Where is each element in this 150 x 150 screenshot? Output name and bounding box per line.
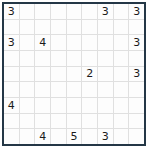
cell-r4c7[interactable] xyxy=(98,51,113,66)
cell-r6c3[interactable] xyxy=(35,82,50,97)
puzzle-page: 333343234453 xyxy=(0,0,150,150)
cell-r2c5[interactable] xyxy=(67,20,82,35)
cell-r7c3[interactable] xyxy=(35,98,50,113)
cell-r8c2[interactable] xyxy=(20,114,35,129)
clue-cell-r1c9: 3 xyxy=(129,4,144,19)
cell-r1c3[interactable] xyxy=(35,4,50,19)
cell-r3c2[interactable] xyxy=(20,35,35,50)
cell-r4c1[interactable] xyxy=(4,51,19,66)
clue-cell-r5c6: 2 xyxy=(82,67,97,82)
cell-r5c8[interactable] xyxy=(114,67,129,82)
cell-r7c8[interactable] xyxy=(114,98,129,113)
cell-r4c2[interactable] xyxy=(20,51,35,66)
cell-r1c2[interactable] xyxy=(20,4,35,19)
cell-r8c6[interactable] xyxy=(82,114,97,129)
cell-r8c3[interactable] xyxy=(35,114,50,129)
cell-r5c4[interactable] xyxy=(51,67,66,82)
cell-r6c9[interactable] xyxy=(129,82,144,97)
cell-r7c4[interactable] xyxy=(51,98,66,113)
cell-r2c1[interactable] xyxy=(4,20,19,35)
cell-r3c7[interactable] xyxy=(98,35,113,50)
cell-r2c7[interactable] xyxy=(98,20,113,35)
cell-r2c6[interactable] xyxy=(82,20,97,35)
clue-cell-r1c1: 3 xyxy=(4,4,19,19)
clue-cell-r7c1: 4 xyxy=(4,98,19,113)
cell-r1c6[interactable] xyxy=(82,4,97,19)
cell-r9c4[interactable] xyxy=(51,129,66,144)
cell-r6c7[interactable] xyxy=(98,82,113,97)
cell-r9c1[interactable] xyxy=(4,129,19,144)
clue-cell-r9c5: 5 xyxy=(67,129,82,144)
cell-r2c8[interactable] xyxy=(114,20,129,35)
cell-r9c2[interactable] xyxy=(20,129,35,144)
cell-r6c2[interactable] xyxy=(20,82,35,97)
clue-cell-r9c7: 3 xyxy=(98,129,113,144)
cell-r1c8[interactable] xyxy=(114,4,129,19)
clue-cell-r5c9: 3 xyxy=(129,67,144,82)
cell-r9c6[interactable] xyxy=(82,129,97,144)
cell-r3c6[interactable] xyxy=(82,35,97,50)
cell-r4c3[interactable] xyxy=(35,51,50,66)
cell-r7c7[interactable] xyxy=(98,98,113,113)
cell-r5c2[interactable] xyxy=(20,67,35,82)
cell-r1c5[interactable] xyxy=(67,4,82,19)
cell-r9c8[interactable] xyxy=(114,129,129,144)
cell-r6c6[interactable] xyxy=(82,82,97,97)
cell-r2c2[interactable] xyxy=(20,20,35,35)
cell-r6c1[interactable] xyxy=(4,82,19,97)
cell-r5c3[interactable] xyxy=(35,67,50,82)
cell-r4c9[interactable] xyxy=(129,51,144,66)
cell-r3c4[interactable] xyxy=(51,35,66,50)
cell-r8c4[interactable] xyxy=(51,114,66,129)
cell-r8c9[interactable] xyxy=(129,114,144,129)
clue-cell-r1c7: 3 xyxy=(98,4,113,19)
clue-cell-r3c3: 4 xyxy=(35,35,50,50)
cell-r7c9[interactable] xyxy=(129,98,144,113)
cell-r6c4[interactable] xyxy=(51,82,66,97)
cell-r5c5[interactable] xyxy=(67,67,82,82)
cell-r2c9[interactable] xyxy=(129,20,144,35)
cell-r8c8[interactable] xyxy=(114,114,129,129)
clue-cell-r3c1: 3 xyxy=(4,35,19,50)
cell-r8c5[interactable] xyxy=(67,114,82,129)
cell-r3c8[interactable] xyxy=(114,35,129,50)
puzzle-board: 333343234453 xyxy=(2,2,146,146)
cell-r8c1[interactable] xyxy=(4,114,19,129)
cell-r6c5[interactable] xyxy=(67,82,82,97)
cell-r5c7[interactable] xyxy=(98,67,113,82)
cell-r4c4[interactable] xyxy=(51,51,66,66)
cell-r6c8[interactable] xyxy=(114,82,129,97)
cell-r4c6[interactable] xyxy=(82,51,97,66)
cell-r5c1[interactable] xyxy=(4,67,19,82)
cell-r8c7[interactable] xyxy=(98,114,113,129)
cell-r1c4[interactable] xyxy=(51,4,66,19)
cell-r7c6[interactable] xyxy=(82,98,97,113)
cell-r4c5[interactable] xyxy=(67,51,82,66)
cell-r7c5[interactable] xyxy=(67,98,82,113)
cell-r9c9[interactable] xyxy=(129,129,144,144)
cell-r2c4[interactable] xyxy=(51,20,66,35)
cell-r3c5[interactable] xyxy=(67,35,82,50)
cell-r7c2[interactable] xyxy=(20,98,35,113)
cell-r4c8[interactable] xyxy=(114,51,129,66)
clue-cell-r9c3: 4 xyxy=(35,129,50,144)
clue-cell-r3c9: 3 xyxy=(129,35,144,50)
cell-r2c3[interactable] xyxy=(35,20,50,35)
